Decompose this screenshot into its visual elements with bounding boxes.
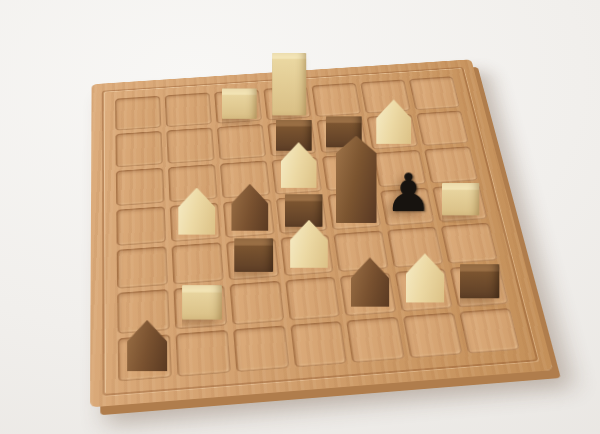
photo-background: ♟ bbox=[0, 0, 600, 434]
board-cell[interactable] bbox=[409, 76, 460, 110]
board-scene: ♟ bbox=[92, 12, 507, 427]
board-grid bbox=[115, 76, 520, 381]
walnut-cube-piece[interactable] bbox=[460, 265, 499, 299]
walnut-cube-piece[interactable] bbox=[275, 120, 311, 151]
black-pawn-piece[interactable]: ♟ bbox=[385, 167, 432, 220]
board-cell[interactable] bbox=[387, 227, 443, 268]
maple-cube-piece[interactable] bbox=[182, 285, 222, 319]
board-cell[interactable] bbox=[115, 131, 162, 167]
walnut-tower-piece[interactable] bbox=[336, 136, 377, 223]
board-cell[interactable] bbox=[347, 317, 406, 363]
black-pawn-glyph: ♟ bbox=[385, 167, 432, 220]
walnut-cube-piece[interactable] bbox=[284, 194, 322, 227]
maple-cube-piece[interactable] bbox=[222, 88, 257, 118]
maple-tower-piece[interactable] bbox=[272, 53, 306, 115]
game-board: ♟ bbox=[90, 59, 553, 407]
board-cell[interactable] bbox=[312, 83, 362, 117]
board-cell[interactable] bbox=[424, 146, 478, 183]
board-cell[interactable] bbox=[459, 308, 520, 354]
board-cell[interactable] bbox=[175, 330, 230, 377]
board-cell[interactable] bbox=[229, 281, 284, 325]
board-cell[interactable] bbox=[403, 312, 463, 358]
board-cell[interactable] bbox=[290, 321, 348, 368]
walnut-cube-piece[interactable] bbox=[235, 239, 274, 273]
board-cell[interactable] bbox=[115, 96, 161, 131]
board-cell[interactable] bbox=[166, 127, 214, 163]
maple-cube-piece[interactable] bbox=[442, 183, 479, 215]
board-cell[interactable] bbox=[233, 326, 289, 373]
board-cell[interactable] bbox=[116, 206, 166, 246]
board-cell[interactable] bbox=[285, 277, 341, 321]
board-cell[interactable] bbox=[217, 124, 266, 160]
